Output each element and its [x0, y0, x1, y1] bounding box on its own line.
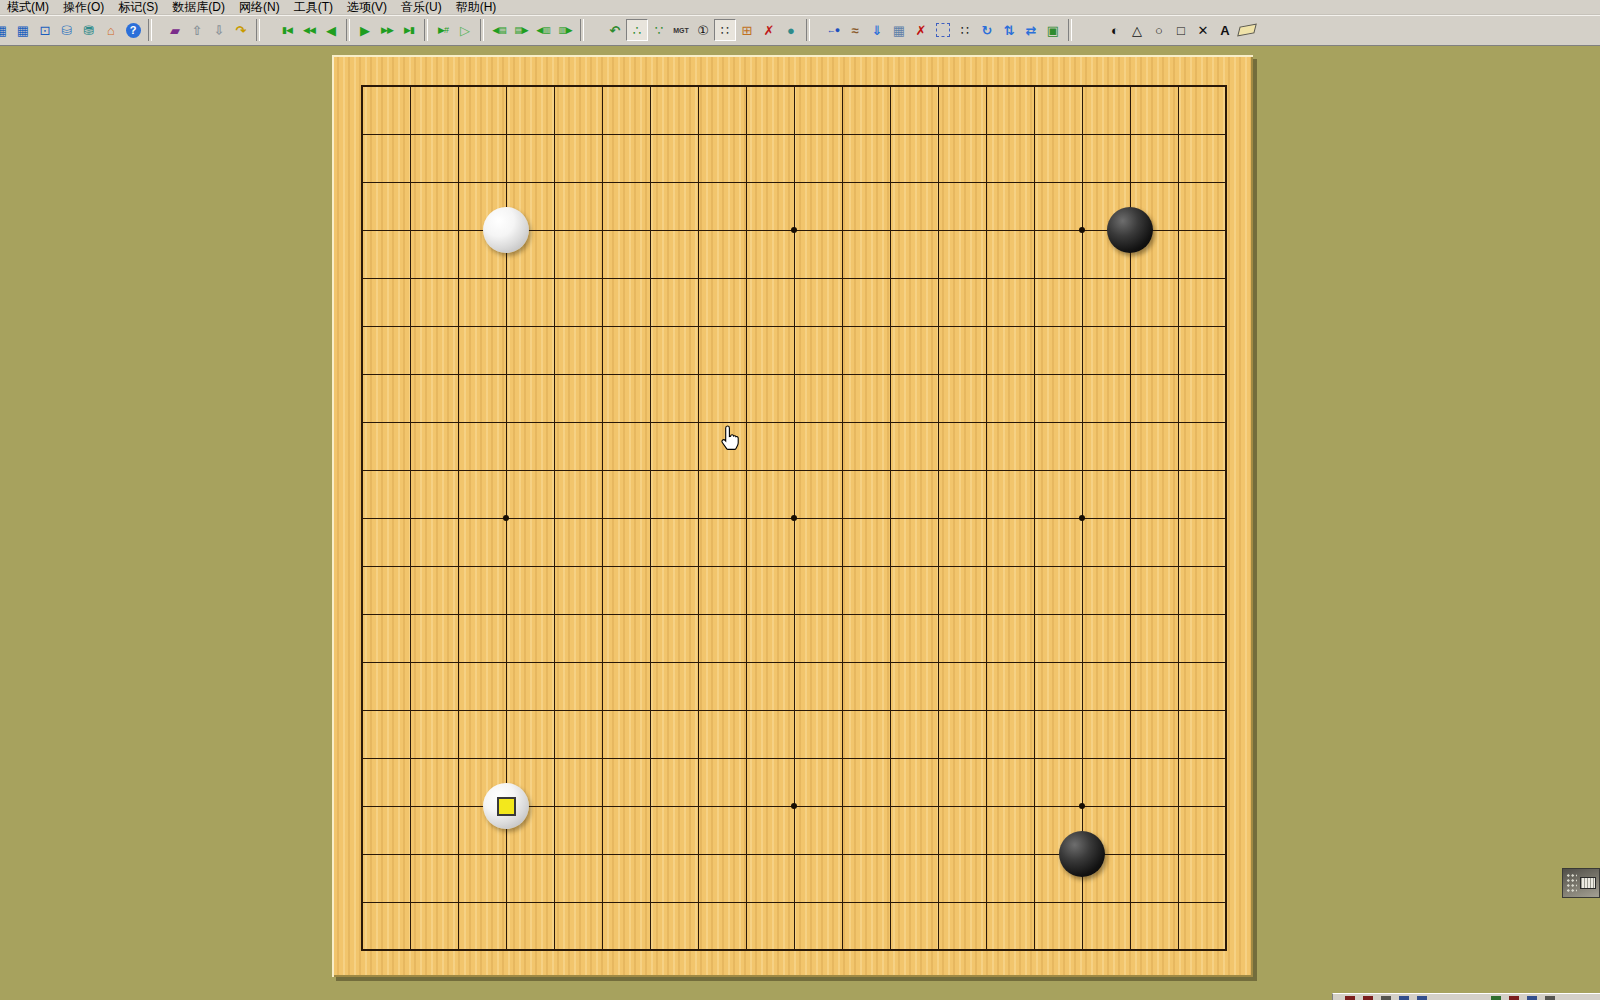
ime-floating-bar[interactable] — [1562, 868, 1600, 898]
stone-mark-icon[interactable]: ◐ — [1104, 19, 1126, 41]
clipped-icon-fragment — [1381, 996, 1391, 1000]
prev-game-icon[interactable]: ◀▤ — [488, 19, 510, 41]
grid-line-horizontal — [361, 949, 1227, 951]
star-point — [791, 515, 797, 521]
clipped-icon-fragment — [1345, 996, 1355, 1000]
clipped-icon-fragment — [1417, 996, 1427, 1000]
move-up-icon[interactable]: ⇧ — [186, 19, 208, 41]
black-stone-Q3[interactable] — [1059, 831, 1105, 877]
grid-line-horizontal — [361, 614, 1227, 615]
toolbar-separator — [480, 19, 484, 41]
menu-item-4[interactable]: 数据库(D) — [165, 0, 232, 14]
question-mark-icon: ? — [126, 23, 141, 38]
branch-delete-icon[interactable]: ✗ — [758, 19, 780, 41]
toolbar-separator — [806, 19, 810, 41]
fast-rewind-icon[interactable]: ◀◀ — [298, 19, 320, 41]
star-point — [1079, 515, 1085, 521]
go-board[interactable] — [332, 55, 1253, 977]
mgt-icon[interactable]: MGT — [670, 19, 692, 41]
database-network-icon[interactable]: ⛃ — [78, 19, 100, 41]
black-stone-R16[interactable] — [1107, 207, 1153, 253]
score-count-icon[interactable]: ▦ — [888, 19, 910, 41]
grid-line-horizontal — [361, 710, 1227, 711]
step-forward-icon[interactable]: ▶ — [354, 19, 376, 41]
clipped-board-icon[interactable]: ▦ — [0, 19, 12, 41]
star-point — [1079, 227, 1085, 233]
export-folder-icon[interactable]: ↷ — [230, 19, 252, 41]
grid-line-vertical — [938, 85, 939, 951]
menu-item-2[interactable]: 操作(O) — [56, 0, 111, 14]
branch-merge-icon[interactable]: ∵ — [648, 19, 670, 41]
grid-line-vertical — [890, 85, 891, 951]
eraser-shape-icon — [1237, 23, 1257, 36]
menu-item-9[interactable]: 帮助(H) — [449, 0, 504, 14]
circle-mark-icon[interactable]: ○ — [1148, 19, 1170, 41]
clipped-icon-fragment — [1363, 996, 1373, 1000]
grid-line-horizontal — [361, 758, 1227, 759]
hand-gesture-icon[interactable]: ≈ — [844, 19, 866, 41]
clipped-icon-fragment — [1491, 996, 1501, 1000]
auto-play-icon[interactable]: ▷ — [454, 19, 476, 41]
go-first-icon[interactable]: ▮◀ — [276, 19, 298, 41]
clipped-icon-fragment — [1509, 996, 1519, 1000]
branch-nav-icon[interactable]: ∴ — [626, 19, 648, 41]
toolbar-separator — [580, 19, 584, 41]
toolbar-separator — [148, 19, 152, 41]
help-icon[interactable]: ? — [122, 19, 144, 41]
toolbar-separator — [256, 19, 260, 41]
branch-dots-icon[interactable]: ∷ — [714, 19, 736, 41]
toolbar-group-variation: ↶∴∵MGT①∷⊞✗● — [604, 15, 802, 45]
clean-icon[interactable]: ● — [780, 19, 802, 41]
move-number-icon[interactable]: ① — [692, 19, 714, 41]
last-move-square-marker — [497, 797, 516, 816]
step-back-icon[interactable]: ◀ — [320, 19, 342, 41]
toolbar-group-tools: ←●≈⇓▦✗∷↻⇅⇄▣ — [822, 15, 1064, 45]
dashed-selection-icon — [936, 23, 950, 37]
clipped-icon-fragment — [1527, 996, 1537, 1000]
letter-mark-icon[interactable]: A — [1214, 19, 1236, 41]
menu-bar: 模式(M)操作(O)标记(S)数据库(D)网络(N)工具(T)选项(V)音乐(U… — [0, 0, 1600, 15]
square-mark-icon[interactable]: □ — [1170, 19, 1192, 41]
database-refresh-icon[interactable]: ⛁ — [56, 19, 78, 41]
toolbar-separator — [1068, 19, 1072, 41]
star-point — [1079, 803, 1085, 809]
white-stone-D4[interactable] — [483, 783, 529, 829]
toolbar: ▦▦⊡⛁⛃⌂?▰⇧⇩↷▮◀◀◀◀▶▶▶▶▮▶#▷◀▤▤▶◀▥▥▶↶∴∵MGT①∷… — [0, 15, 1600, 46]
go-last-icon[interactable]: ▶▮ — [398, 19, 420, 41]
cascade-windows-icon[interactable]: ▣ — [1042, 19, 1064, 41]
rotate-board-icon[interactable]: ↻ — [976, 19, 998, 41]
clipped-icon-fragment — [1399, 996, 1409, 1000]
cross-mark-icon[interactable]: ✕ — [1192, 19, 1214, 41]
download-icon[interactable]: ⇓ — [866, 19, 888, 41]
home-icon[interactable]: ⌂ — [100, 19, 122, 41]
toolbar-group-marks: ◐△○□✕A — [1104, 15, 1258, 45]
ime-drag-handle-icon[interactable] — [1566, 873, 1577, 893]
menu-item-1[interactable]: 模式(M) — [0, 0, 56, 14]
goban-window-icon[interactable]: ⊞ — [736, 19, 758, 41]
grid-line-vertical — [986, 85, 987, 951]
flip-horizontal-icon[interactable]: ⇄ — [1020, 19, 1042, 41]
zoom-board-icon[interactable]: ⊡ — [34, 19, 56, 41]
grid-line-vertical — [1034, 85, 1035, 951]
next-game-icon[interactable]: ▤▶ — [510, 19, 532, 41]
toolbar-separator — [424, 19, 428, 41]
jump-move-icon[interactable]: ▶# — [432, 19, 454, 41]
move-down-icon[interactable]: ⇩ — [208, 19, 230, 41]
grid-line-horizontal — [361, 902, 1227, 903]
menu-item-7[interactable]: 选项(V) — [340, 0, 394, 14]
flip-vertical-icon[interactable]: ⇅ — [998, 19, 1020, 41]
book-icon[interactable]: ▰ — [164, 19, 186, 41]
star-point — [791, 803, 797, 809]
toolbar-group-file: ▰⇧⇩↷ — [164, 15, 252, 45]
board-library-icon[interactable]: ▦ — [12, 19, 34, 41]
menu-item-6[interactable]: 工具(T) — [287, 0, 340, 14]
clipped-icon-fragment — [1545, 996, 1555, 1000]
toolbar-group-navigation: ▮◀◀◀◀▶▶▶▶▮▶#▷◀▤▤▶◀▥▥▶ — [276, 15, 576, 45]
grid-line-vertical — [842, 85, 843, 951]
grid-line-vertical — [1225, 85, 1227, 951]
star-point — [791, 227, 797, 233]
takeback-stone-icon[interactable]: ←● — [822, 19, 844, 41]
delete-all-icon[interactable]: ✗ — [910, 19, 932, 41]
eraser-icon[interactable] — [1236, 19, 1258, 41]
menu-item-5[interactable]: 网络(N) — [232, 0, 287, 14]
fast-forward-icon[interactable]: ▶▶ — [376, 19, 398, 41]
grid-line-vertical — [1178, 85, 1179, 951]
star-point — [503, 515, 509, 521]
ime-keyboard-icon[interactable] — [1580, 877, 1596, 889]
branch-swap-icon[interactable]: ↶ — [604, 19, 626, 41]
toolbar-separator — [346, 19, 350, 41]
grid-line-horizontal — [361, 662, 1227, 663]
clipped-bottom-toolbar — [1332, 993, 1600, 1000]
select-region-icon[interactable] — [932, 19, 954, 41]
prev-figure-icon[interactable]: ◀▥ — [532, 19, 554, 41]
menu-item-3[interactable]: 标记(S) — [111, 0, 165, 14]
menu-item-8[interactable]: 音乐(U) — [394, 0, 449, 14]
next-figure-icon[interactable]: ▥▶ — [554, 19, 576, 41]
triangle-mark-icon[interactable]: △ — [1126, 19, 1148, 41]
mark-dots-icon[interactable]: ∷ — [954, 19, 976, 41]
white-stone-D16[interactable] — [483, 207, 529, 253]
toolbar-group-main: ▦▦⊡⛁⛃⌂? — [0, 15, 144, 45]
grid-line-horizontal — [361, 566, 1227, 567]
